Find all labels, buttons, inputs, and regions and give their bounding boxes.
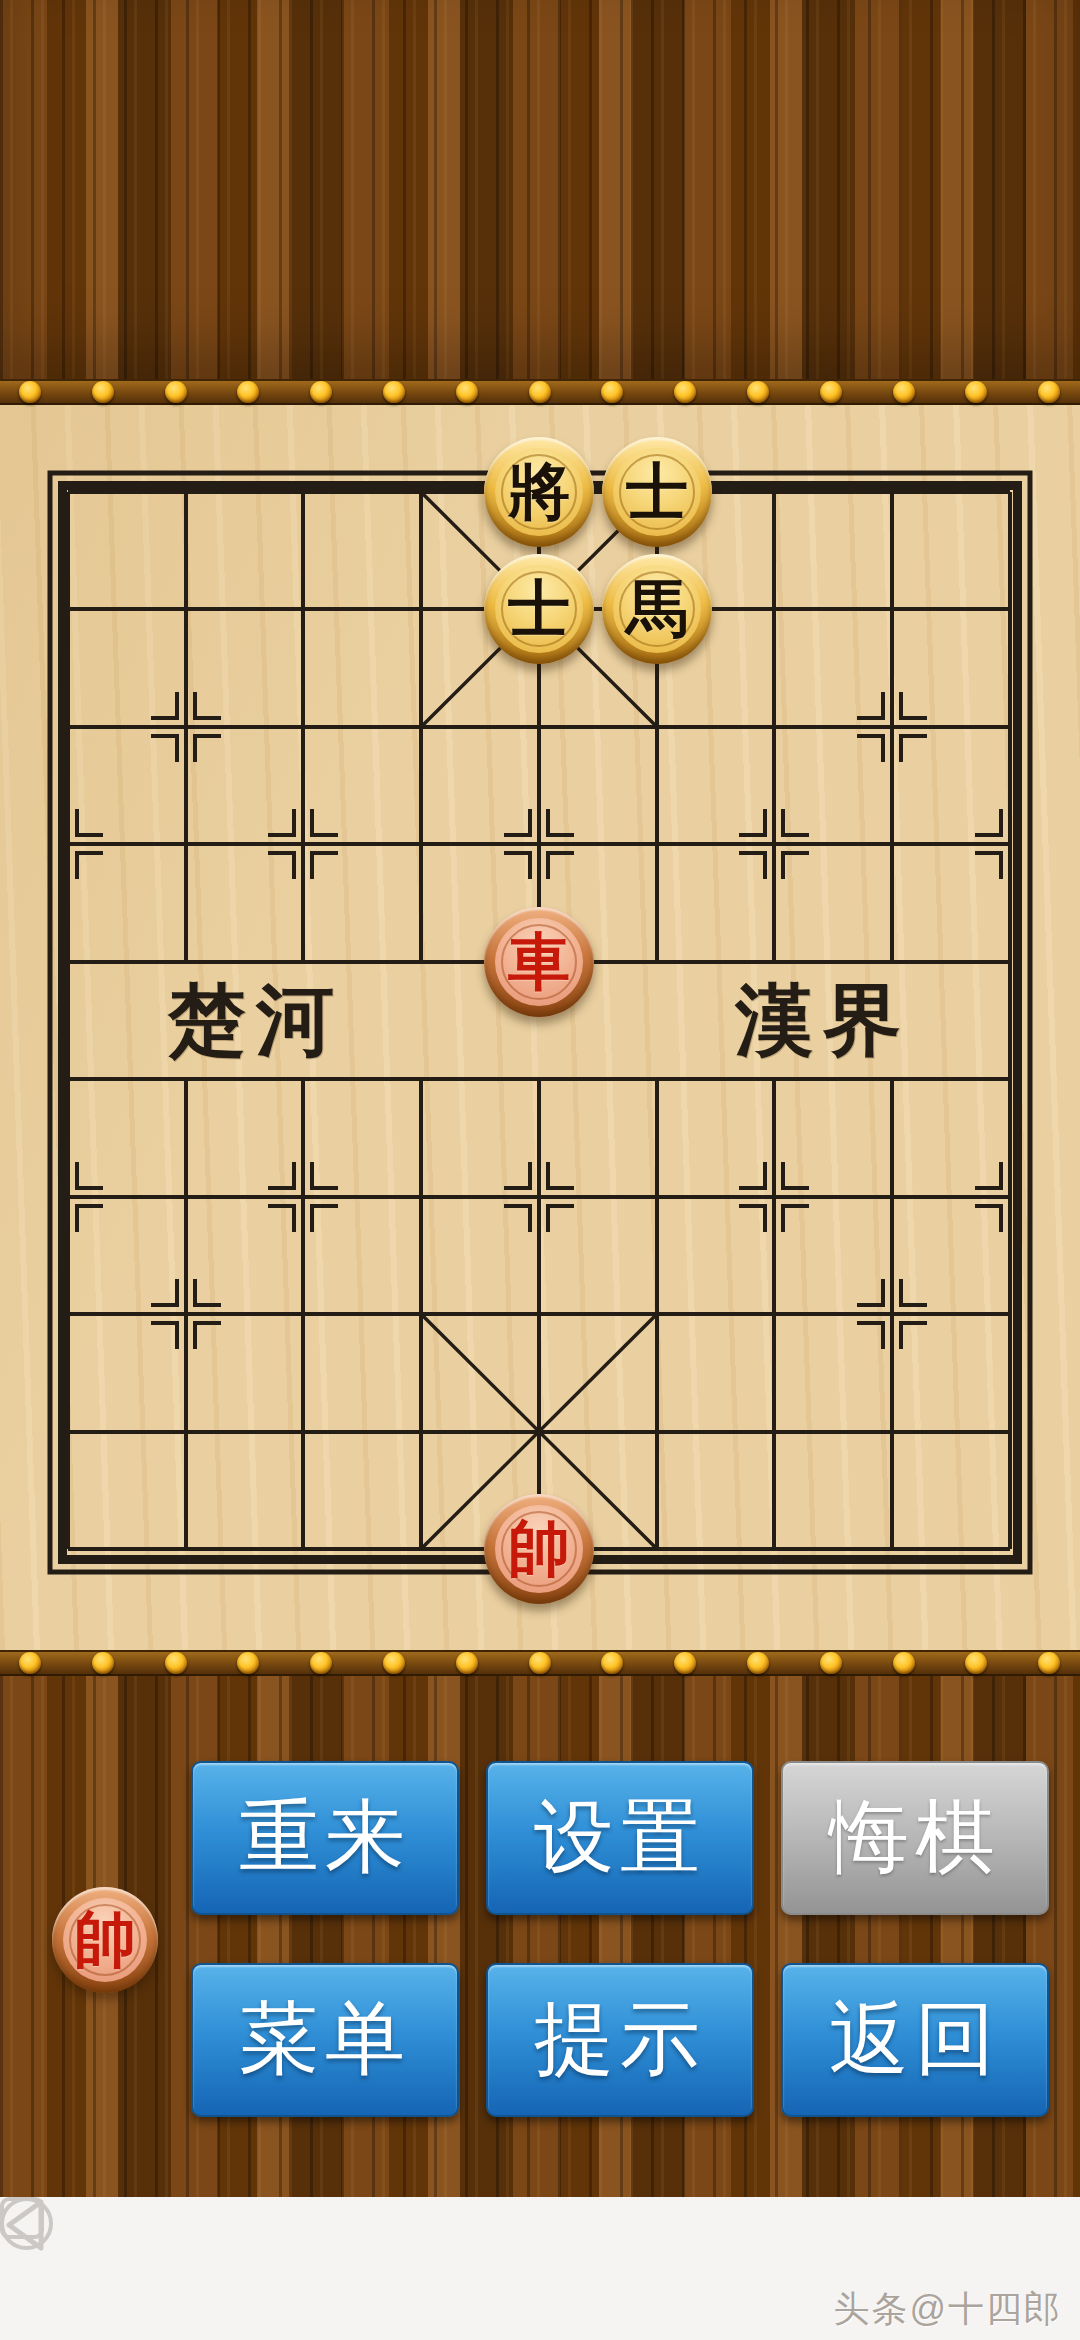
piece-character: 馬 — [626, 578, 688, 640]
black-advisor-piece[interactable]: 士 — [602, 437, 712, 547]
undo-button[interactable]: 悔棋 — [781, 1761, 1049, 1915]
piece-character: 帥 — [508, 1518, 570, 1580]
menu-button[interactable]: 菜单 — [191, 1963, 459, 2117]
red-chariot-piece[interactable]: 車 — [484, 907, 594, 1017]
piece-character: 士 — [508, 578, 570, 640]
piece-character: 士 — [626, 461, 688, 523]
piece-character: 車 — [508, 931, 570, 993]
black-horse-piece[interactable]: 馬 — [602, 554, 712, 664]
android-navbar: 头条@十四郎 — [0, 2197, 1080, 2340]
xiangqi-app-screen: 楚河 漢界 將士士馬車帥 重来 设置 悔棋 菜单 提示 返回 帥 头条@十四郎 — [0, 0, 1080, 2340]
river-label-right: 漢界 — [735, 969, 911, 1074]
settings-button[interactable]: 设置 — [486, 1761, 754, 1915]
red-general-piece[interactable]: 帥 — [484, 1494, 594, 1604]
red-general-badge: 帥 — [52, 1887, 158, 1993]
piece-character: 將 — [508, 461, 570, 523]
hint-button[interactable]: 提示 — [486, 1963, 754, 2117]
river-label-left: 楚河 — [168, 969, 344, 1074]
back-triangle-icon[interactable] — [0, 2197, 50, 2253]
back-button[interactable]: 返回 — [781, 1963, 1049, 2117]
watermark: 头条@十四郎 — [833, 2285, 1062, 2334]
black-general-piece[interactable]: 將 — [484, 437, 594, 547]
restart-button[interactable]: 重来 — [191, 1761, 459, 1915]
black-advisor-piece[interactable]: 士 — [484, 554, 594, 664]
